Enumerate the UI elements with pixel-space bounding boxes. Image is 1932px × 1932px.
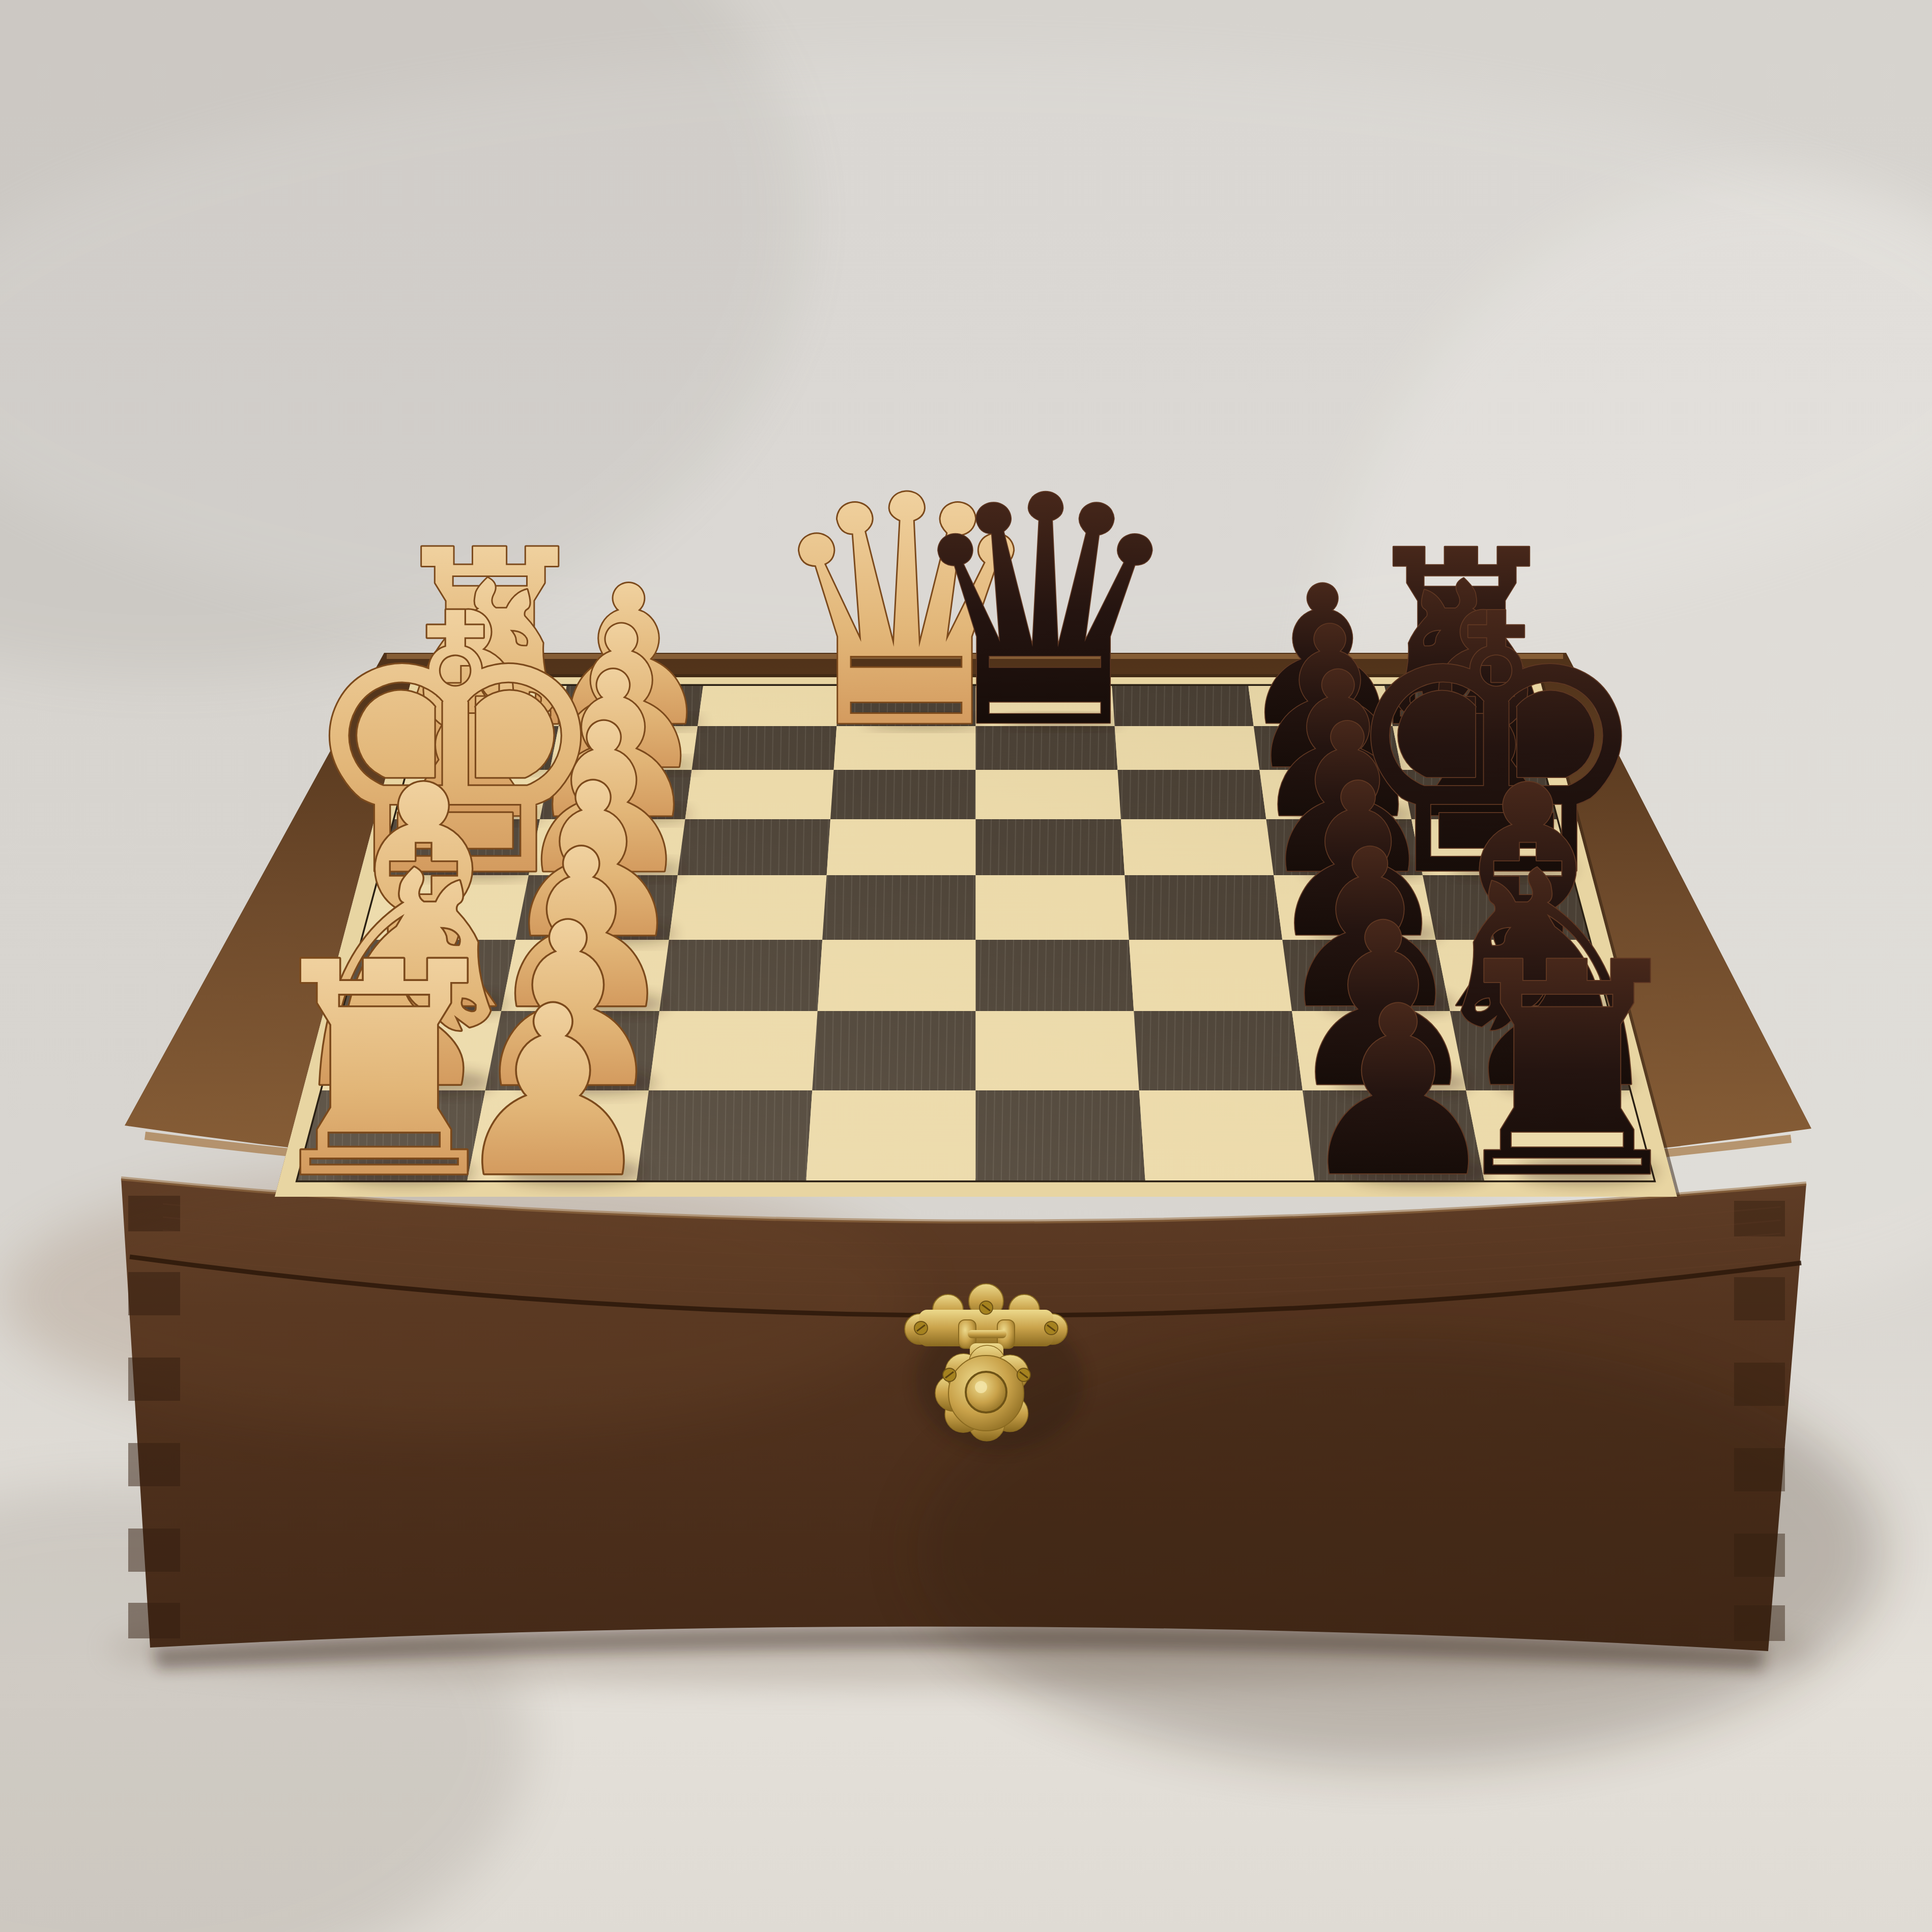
- piece-bQ-h5[interactable]: ♛: [903, 429, 1187, 798]
- piece-wP-a2[interactable]: ♟: [449, 957, 658, 1228]
- piece-bR-a8[interactable]: ♜: [1435, 901, 1699, 1243]
- photo-stage: ♜♟♛♛♟♜♞♟♟♞♝♟♟♝♚♟♟♚♟♟♝♟♟♝♞♟♟♞♜♟♟♜: [0, 0, 1932, 1932]
- clasp-knob-highlight: [975, 1381, 987, 1393]
- clasp-knob: [966, 1372, 1006, 1412]
- chess-set-photo: ♜♟♛♛♟♜♞♟♟♞♝♟♟♝♚♟♟♚♟♟♝♟♟♝♞♟♟♞♜♟♟♜: [0, 0, 1932, 1932]
